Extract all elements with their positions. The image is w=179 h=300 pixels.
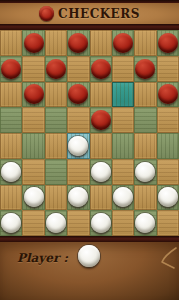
square-r5c5[interactable] <box>112 159 134 185</box>
square-r2c3[interactable] <box>67 82 89 108</box>
red-piece[interactable] <box>68 84 88 104</box>
square-r1c6[interactable] <box>134 56 156 82</box>
square-r1c3[interactable] <box>67 56 89 82</box>
white-piece[interactable] <box>46 213 66 233</box>
red-piece[interactable] <box>91 110 111 130</box>
square-r5c4[interactable] <box>90 159 112 185</box>
white-piece[interactable] <box>24 187 44 207</box>
square-r6c6[interactable] <box>134 185 156 211</box>
red-piece[interactable] <box>68 33 88 53</box>
square-r7c2[interactable] <box>45 210 67 236</box>
checkers-board <box>0 30 179 236</box>
white-piece[interactable] <box>135 162 155 182</box>
square-r0c1[interactable] <box>22 30 44 56</box>
square-r6c3[interactable] <box>67 185 89 211</box>
square-r0c2[interactable] <box>45 30 67 56</box>
square-r3c0[interactable] <box>0 107 22 133</box>
square-r2c4[interactable] <box>90 82 112 108</box>
square-r1c1[interactable] <box>22 56 44 82</box>
white-piece[interactable] <box>1 162 21 182</box>
white-piece[interactable] <box>135 213 155 233</box>
square-r7c3[interactable] <box>67 210 89 236</box>
square-r4c1[interactable] <box>22 133 44 159</box>
red-piece[interactable] <box>24 33 44 53</box>
square-r5c0[interactable] <box>0 159 22 185</box>
square-r2c2[interactable] <box>45 82 67 108</box>
square-r3c4[interactable] <box>90 107 112 133</box>
square-r5c7[interactable] <box>157 159 179 185</box>
white-piece[interactable] <box>68 187 88 207</box>
square-r6c2[interactable] <box>45 185 67 211</box>
square-r5c2[interactable] <box>45 159 67 185</box>
square-r7c4[interactable] <box>90 210 112 236</box>
red-piece[interactable] <box>158 84 178 104</box>
square-r3c3[interactable] <box>67 107 89 133</box>
red-piece[interactable] <box>158 33 178 53</box>
square-r2c6[interactable] <box>134 82 156 108</box>
red-piece[interactable] <box>135 59 155 79</box>
square-r4c2[interactable] <box>45 133 67 159</box>
square-r1c5[interactable] <box>112 56 134 82</box>
square-r7c0[interactable] <box>0 210 22 236</box>
square-r4c4[interactable] <box>90 133 112 159</box>
square-r0c3[interactable] <box>67 30 89 56</box>
white-piece[interactable] <box>91 162 111 182</box>
square-r6c4[interactable] <box>90 185 112 211</box>
square-r0c7[interactable] <box>157 30 179 56</box>
square-r0c5[interactable] <box>112 30 134 56</box>
square-r7c5[interactable] <box>112 210 134 236</box>
quill-mark-icon <box>160 245 178 275</box>
square-r4c6[interactable] <box>134 133 156 159</box>
red-piece[interactable] <box>1 59 21 79</box>
square-r4c0[interactable] <box>0 133 22 159</box>
square-r0c4[interactable] <box>90 30 112 56</box>
app-title: CHECKERS <box>58 7 140 21</box>
square-r3c1[interactable] <box>22 107 44 133</box>
square-r7c7[interactable] <box>157 210 179 236</box>
square-r7c6[interactable] <box>134 210 156 236</box>
square-r3c7[interactable] <box>157 107 179 133</box>
square-r5c6[interactable] <box>134 159 156 185</box>
red-piece[interactable] <box>46 59 66 79</box>
square-r1c0[interactable] <box>0 56 22 82</box>
square-r3c2[interactable] <box>45 107 67 133</box>
square-r2c0[interactable] <box>0 82 22 108</box>
square-r6c0[interactable] <box>0 185 22 211</box>
square-r1c7[interactable] <box>157 56 179 82</box>
red-piece[interactable] <box>91 59 111 79</box>
red-piece[interactable] <box>113 33 133 53</box>
square-r2c1[interactable] <box>22 82 44 108</box>
white-piece[interactable] <box>68 136 88 156</box>
red-checker-logo-icon <box>39 6 54 21</box>
square-r6c7[interactable] <box>157 185 179 211</box>
square-r4c7[interactable] <box>157 133 179 159</box>
square-r1c2[interactable] <box>45 56 67 82</box>
footer: Player : <box>0 242 179 300</box>
white-piece[interactable] <box>1 213 21 233</box>
square-r6c1[interactable] <box>22 185 44 211</box>
checkers-app: CHECKERS Player : <box>0 0 179 300</box>
square-r5c3[interactable] <box>67 159 89 185</box>
square-r0c0[interactable] <box>0 30 22 56</box>
red-piece[interactable] <box>24 84 44 104</box>
square-r3c5[interactable] <box>112 107 134 133</box>
square-r6c5[interactable] <box>112 185 134 211</box>
square-r0c6[interactable] <box>134 30 156 56</box>
player-label: Player : <box>17 251 68 265</box>
header: CHECKERS <box>0 3 179 24</box>
square-r2c7[interactable] <box>157 82 179 108</box>
square-r7c1[interactable] <box>22 210 44 236</box>
white-piece[interactable] <box>158 187 178 207</box>
current-player-piece <box>78 245 100 267</box>
white-piece[interactable] <box>113 187 133 207</box>
square-r1c4[interactable] <box>90 56 112 82</box>
square-r2c5[interactable] <box>112 82 134 108</box>
square-r3c6[interactable] <box>134 107 156 133</box>
square-r4c3[interactable] <box>67 133 89 159</box>
square-r5c1[interactable] <box>22 159 44 185</box>
square-r4c5[interactable] <box>112 133 134 159</box>
white-piece[interactable] <box>91 213 111 233</box>
